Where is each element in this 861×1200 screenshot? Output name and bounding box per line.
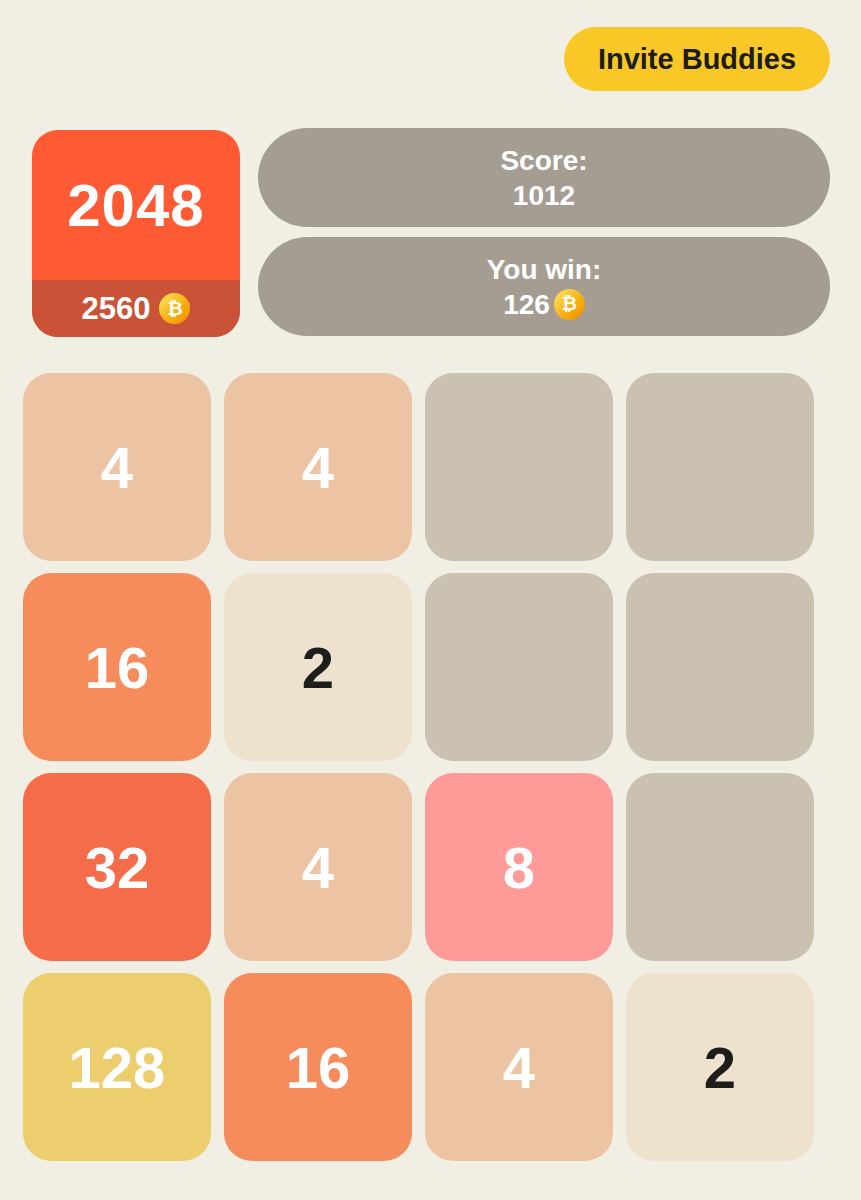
tile-2: 2: [224, 573, 412, 761]
bitcoin-icon: ₿: [159, 293, 190, 324]
win-pill: You win: 126 ₿: [258, 237, 830, 336]
tile-4: 4: [425, 973, 613, 1161]
tile-16: 16: [23, 573, 211, 761]
tile-8: 8: [425, 773, 613, 961]
win-value: 126: [503, 287, 550, 322]
empty-cell: [425, 573, 613, 761]
board[interactable]: 4416232481281642: [23, 373, 814, 1161]
score-pill: Score: 1012: [258, 128, 830, 227]
tile-128: 128: [23, 973, 211, 1161]
empty-cell: [425, 373, 613, 561]
logo-2048-tile: 2048 2560 ₿: [32, 130, 240, 337]
empty-cell: [626, 773, 814, 961]
empty-cell: [626, 373, 814, 561]
tile-2: 2: [626, 973, 814, 1161]
win-value-line: 126 ₿: [503, 287, 585, 322]
bitcoin-icon: ₿: [554, 289, 585, 320]
tile-16: 16: [224, 973, 412, 1161]
balance-value: 2560: [82, 291, 151, 327]
score-label: Score:: [500, 143, 587, 178]
tile-4: 4: [23, 373, 211, 561]
invite-buddies-button[interactable]: Invite Buddies: [564, 27, 830, 91]
score-value: 1012: [513, 178, 575, 213]
win-label: You win:: [487, 252, 602, 287]
empty-cell: [626, 573, 814, 761]
tile-4: 4: [224, 773, 412, 961]
logo-balance-band: 2560 ₿: [32, 280, 240, 337]
game-screen: Invite Buddies 2048 2560 ₿ Score: 1012 Y…: [0, 0, 861, 1200]
status-pills: Score: 1012 You win: 126 ₿: [258, 128, 830, 336]
tile-4: 4: [224, 373, 412, 561]
logo-title: 2048: [32, 130, 240, 280]
tile-32: 32: [23, 773, 211, 961]
